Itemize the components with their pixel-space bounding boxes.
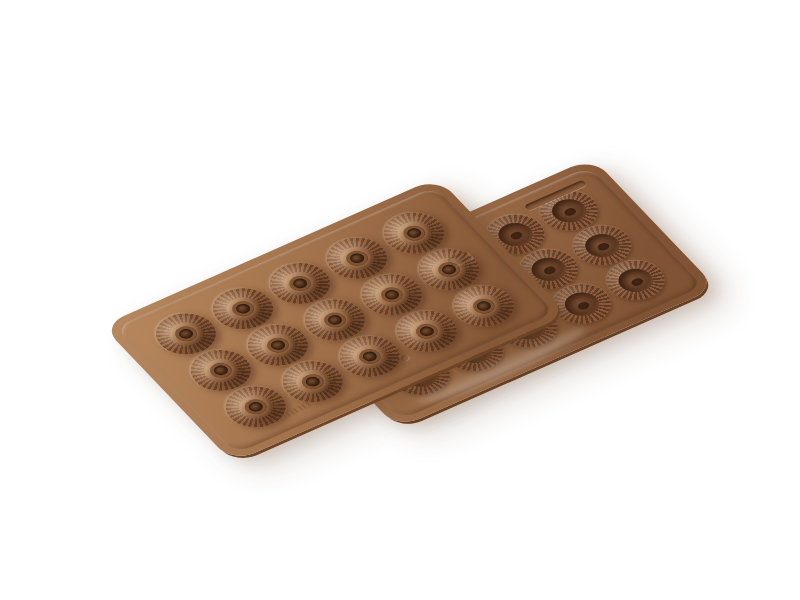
mold-front-grid — [140, 202, 530, 437]
product-photo — [0, 0, 800, 600]
